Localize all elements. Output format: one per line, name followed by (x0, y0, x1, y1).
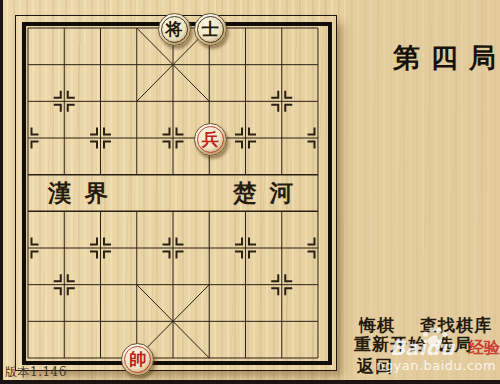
window-edge-left (0, 0, 3, 384)
piece-black-advisor[interactable]: 士 (194, 13, 227, 46)
piece-glyph: 帥 (122, 344, 153, 375)
piece-glyph: 士 (195, 14, 226, 45)
paw-icon (421, 325, 449, 349)
round-title: 第四局 (393, 40, 500, 76)
piece-red-general[interactable]: 帥 (121, 343, 154, 376)
game-window: 漢界 楚河 将士兵帥 第四局 悔棋 查找棋库 重新开始 选局 返回 版本1.14… (0, 0, 500, 384)
version-label: 版本1.146 (5, 364, 67, 381)
river-label-right: 楚河 (232, 179, 306, 207)
piece-glyph: 将 (159, 14, 190, 45)
piece-red-soldier[interactable]: 兵 (194, 123, 227, 156)
xiangqi-board[interactable]: 漢界 楚河 (14, 14, 340, 376)
river-label-left: 漢界 (47, 179, 121, 207)
watermark-suffix: 经验 (468, 338, 500, 359)
watermark-url: ngyan.baidu.com (376, 358, 496, 373)
board-grid: 漢界 楚河 (28, 28, 318, 358)
window-edge-bottom (0, 380, 500, 384)
piece-black-general[interactable]: 将 (158, 13, 191, 46)
piece-glyph: 兵 (195, 124, 226, 155)
